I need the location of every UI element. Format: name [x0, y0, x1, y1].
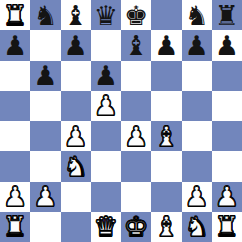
- square-c7[interactable]: ♟: [61, 30, 91, 60]
- square-d5[interactable]: ♟: [91, 91, 121, 121]
- square-e3[interactable]: [121, 151, 151, 181]
- square-c1[interactable]: [61, 212, 91, 242]
- square-a8[interactable]: ♜: [0, 0, 30, 30]
- square-b6[interactable]: ♟: [30, 61, 60, 91]
- white-rook[interactable]: ♜: [215, 213, 239, 240]
- white-pawn[interactable]: ♟: [185, 183, 209, 210]
- white-knight[interactable]: ♞: [185, 213, 209, 240]
- white-bishop[interactable]: ♝: [154, 123, 178, 150]
- square-b3[interactable]: [30, 151, 60, 181]
- square-g4[interactable]: [182, 121, 212, 151]
- square-h2[interactable]: ♟: [212, 182, 242, 212]
- square-d3[interactable]: [91, 151, 121, 181]
- square-d1[interactable]: ♛: [91, 212, 121, 242]
- black-queen[interactable]: ♛: [94, 2, 118, 29]
- square-e2[interactable]: [121, 182, 151, 212]
- black-bishop[interactable]: ♝: [64, 2, 88, 29]
- square-g6[interactable]: [182, 61, 212, 91]
- square-f6[interactable]: [151, 61, 181, 91]
- square-f8[interactable]: [151, 0, 181, 30]
- white-rook[interactable]: ♜: [3, 2, 27, 29]
- square-c8[interactable]: ♝: [61, 0, 91, 30]
- square-f1[interactable]: ♝: [151, 212, 181, 242]
- square-c4[interactable]: ♟: [61, 121, 91, 151]
- square-c3[interactable]: ♞: [61, 151, 91, 181]
- square-a5[interactable]: [0, 91, 30, 121]
- square-g2[interactable]: ♟: [182, 182, 212, 212]
- square-h5[interactable]: [212, 91, 242, 121]
- square-c5[interactable]: [61, 91, 91, 121]
- white-pawn[interactable]: ♟: [94, 92, 118, 119]
- white-bishop[interactable]: ♝: [154, 213, 178, 240]
- square-e1[interactable]: ♚: [121, 212, 151, 242]
- square-c6[interactable]: [61, 61, 91, 91]
- square-h8[interactable]: ♜: [212, 0, 242, 30]
- black-pawn[interactable]: ♟: [215, 32, 239, 59]
- white-queen[interactable]: ♛: [94, 213, 118, 240]
- white-pawn[interactable]: ♟: [3, 183, 27, 210]
- square-h3[interactable]: [212, 151, 242, 181]
- square-e7[interactable]: ♝: [121, 30, 151, 60]
- black-knight[interactable]: ♞: [185, 2, 209, 29]
- square-b5[interactable]: [30, 91, 60, 121]
- square-b2[interactable]: ♟: [30, 182, 60, 212]
- square-h4[interactable]: [212, 121, 242, 151]
- square-f5[interactable]: [151, 91, 181, 121]
- square-f4[interactable]: ♝: [151, 121, 181, 151]
- square-b7[interactable]: [30, 30, 60, 60]
- black-pawn[interactable]: ♟: [154, 32, 178, 59]
- black-pawn[interactable]: ♟: [64, 32, 88, 59]
- square-d6[interactable]: ♟: [91, 61, 121, 91]
- square-e6[interactable]: [121, 61, 151, 91]
- square-d4[interactable]: [91, 121, 121, 151]
- white-rook[interactable]: ♜: [3, 213, 27, 240]
- square-d8[interactable]: ♛: [91, 0, 121, 30]
- chess-board: ♜♞♝♛♚♞♜♟♟♝♟♟♟♟♟♟♟♟♝♞♟♟♟♟♜♛♚♝♞♜: [0, 0, 242, 242]
- square-e4[interactable]: ♟: [121, 121, 151, 151]
- white-pawn[interactable]: ♟: [64, 123, 88, 150]
- square-g1[interactable]: ♞: [182, 212, 212, 242]
- square-b8[interactable]: ♞: [30, 0, 60, 30]
- black-knight[interactable]: ♞: [33, 2, 57, 29]
- square-h6[interactable]: [212, 61, 242, 91]
- square-g5[interactable]: [182, 91, 212, 121]
- black-bishop[interactable]: ♝: [124, 32, 148, 59]
- black-pawn[interactable]: ♟: [94, 62, 118, 89]
- square-a3[interactable]: [0, 151, 30, 181]
- square-a1[interactable]: ♜: [0, 212, 30, 242]
- black-king[interactable]: ♚: [124, 2, 148, 29]
- black-pawn[interactable]: ♟: [33, 62, 57, 89]
- square-a7[interactable]: ♟: [0, 30, 30, 60]
- white-knight[interactable]: ♞: [64, 153, 88, 180]
- square-b4[interactable]: [30, 121, 60, 151]
- black-rook[interactable]: ♜: [215, 2, 239, 29]
- square-h7[interactable]: ♟: [212, 30, 242, 60]
- white-king[interactable]: ♚: [124, 213, 148, 240]
- square-d7[interactable]: [91, 30, 121, 60]
- square-c2[interactable]: [61, 182, 91, 212]
- square-e8[interactable]: ♚: [121, 0, 151, 30]
- square-f2[interactable]: [151, 182, 181, 212]
- square-g7[interactable]: ♟: [182, 30, 212, 60]
- square-f3[interactable]: [151, 151, 181, 181]
- white-pawn[interactable]: ♟: [124, 123, 148, 150]
- black-pawn[interactable]: ♟: [185, 32, 209, 59]
- square-a6[interactable]: [0, 61, 30, 91]
- black-pawn[interactable]: ♟: [3, 32, 27, 59]
- square-b1[interactable]: [30, 212, 60, 242]
- square-h1[interactable]: ♜: [212, 212, 242, 242]
- white-pawn[interactable]: ♟: [33, 183, 57, 210]
- square-g8[interactable]: ♞: [182, 0, 212, 30]
- square-a2[interactable]: ♟: [0, 182, 30, 212]
- square-f7[interactable]: ♟: [151, 30, 181, 60]
- square-a4[interactable]: [0, 121, 30, 151]
- square-e5[interactable]: [121, 91, 151, 121]
- white-pawn[interactable]: ♟: [215, 183, 239, 210]
- square-g3[interactable]: [182, 151, 212, 181]
- square-d2[interactable]: [91, 182, 121, 212]
